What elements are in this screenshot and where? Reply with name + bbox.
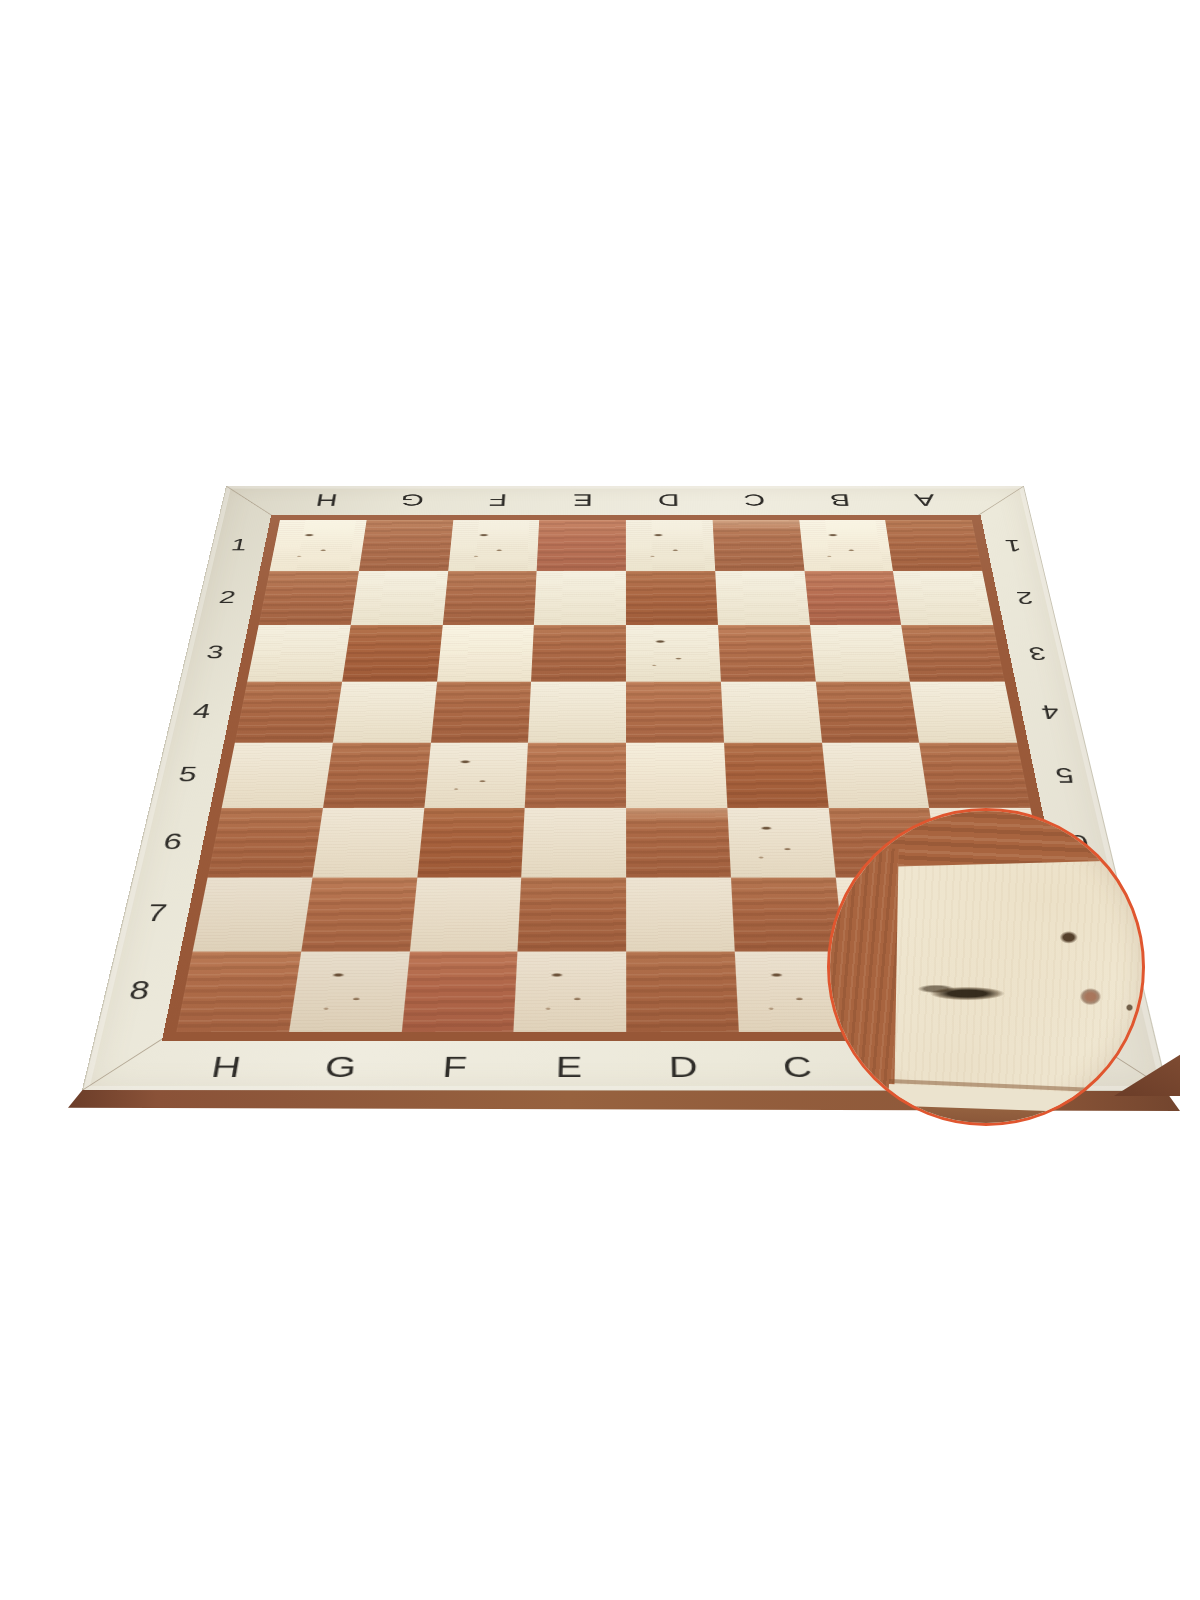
square-a5 — [919, 743, 1030, 808]
square-e8 — [514, 952, 626, 1032]
square-g5 — [323, 743, 431, 808]
square-d1 — [626, 520, 715, 571]
square-d6 — [626, 808, 731, 878]
square-c6 — [727, 808, 835, 878]
square-g6 — [312, 808, 424, 878]
square-e6 — [521, 808, 626, 878]
square-g8 — [289, 952, 410, 1032]
square-f1 — [448, 520, 540, 571]
square-h5 — [222, 743, 333, 808]
file-label-top-f: F — [453, 486, 541, 515]
square-c1 — [712, 520, 804, 571]
square-g7 — [301, 877, 417, 952]
square-f2 — [442, 571, 536, 625]
square-d3 — [626, 625, 721, 682]
wood-detail-magnifier — [827, 808, 1145, 1126]
square-h4 — [235, 682, 342, 743]
square-a3 — [901, 625, 1004, 682]
square-a1 — [885, 520, 982, 571]
square-d5 — [626, 743, 727, 808]
square-h6 — [208, 808, 323, 878]
square-b1 — [799, 520, 893, 571]
square-e4 — [528, 682, 626, 743]
square-e1 — [537, 520, 626, 571]
product-photo-canvas: HGFEDCBA HGFEDCBA 12345678 12345678 — [0, 0, 1200, 1600]
rank-label-right-1: 1 — [982, 520, 1045, 571]
file-label-bottom-d: D — [626, 1041, 742, 1092]
file-label-bottom-c: C — [739, 1041, 857, 1092]
square-c5 — [724, 743, 828, 808]
file-label-top-g: G — [367, 486, 456, 515]
square-h8 — [176, 952, 301, 1032]
square-h3 — [247, 625, 350, 682]
square-f4 — [430, 682, 531, 743]
square-f6 — [417, 808, 525, 878]
file-label-top-b: B — [795, 486, 884, 515]
square-f8 — [401, 952, 517, 1032]
square-f3 — [437, 625, 535, 682]
square-b3 — [810, 625, 911, 682]
square-g3 — [342, 625, 442, 682]
square-d7 — [626, 877, 734, 952]
square-h2 — [259, 571, 359, 625]
square-b2 — [804, 571, 901, 625]
rank-label-right-2: 2 — [992, 571, 1058, 625]
square-c2 — [715, 571, 810, 625]
square-g4 — [333, 682, 437, 743]
square-d8 — [626, 952, 738, 1032]
square-c7 — [731, 877, 843, 952]
square-b4 — [815, 682, 919, 743]
file-label-bottom-f: F — [395, 1041, 513, 1092]
square-b5 — [822, 743, 930, 808]
square-h1 — [270, 520, 367, 571]
square-g1 — [359, 520, 453, 571]
square-g2 — [351, 571, 448, 625]
square-h7 — [193, 877, 313, 952]
square-f7 — [409, 877, 521, 952]
file-label-top-h: H — [281, 486, 372, 515]
inset-maple-knots — [830, 811, 1142, 1123]
file-label-top-c: C — [711, 486, 799, 515]
square-f5 — [424, 743, 528, 808]
square-c3 — [718, 625, 816, 682]
file-label-bottom-h: H — [164, 1041, 287, 1092]
file-label-top-d: D — [626, 486, 712, 515]
file-label-bottom-e: E — [511, 1041, 627, 1092]
square-c4 — [721, 682, 822, 743]
square-e5 — [525, 743, 626, 808]
file-label-top-e: E — [540, 486, 626, 515]
square-e3 — [531, 625, 626, 682]
square-d4 — [626, 682, 724, 743]
square-d2 — [626, 571, 718, 625]
square-e7 — [518, 877, 626, 952]
file-label-top-a: A — [880, 486, 971, 515]
file-labels-top: HGFEDCBA — [281, 486, 971, 515]
file-label-bottom-g: G — [280, 1041, 401, 1092]
square-a2 — [893, 571, 993, 625]
square-a4 — [910, 682, 1017, 743]
square-e2 — [534, 571, 626, 625]
